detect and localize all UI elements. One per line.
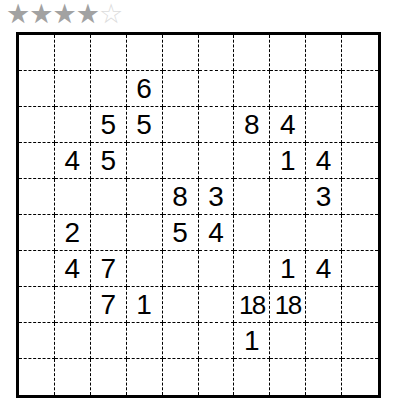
cell-r3c0[interactable] <box>19 143 55 179</box>
cell-r4c9[interactable] <box>342 179 378 215</box>
cell-r8c7[interactable] <box>270 323 306 359</box>
cell-r6c5[interactable] <box>199 251 235 287</box>
cell-r1c0[interactable] <box>19 71 55 107</box>
cell-r6c8-clue: 4 <box>306 251 342 287</box>
cell-r0c2[interactable] <box>91 35 127 71</box>
difficulty-rating: ★★★★☆ <box>6 0 122 30</box>
star-filled-icon: ★ <box>29 0 52 29</box>
cell-r2c6-clue: 8 <box>234 107 270 143</box>
cell-r0c1[interactable] <box>55 35 91 71</box>
cell-r4c4-clue: 8 <box>163 179 199 215</box>
cell-r2c5[interactable] <box>199 107 235 143</box>
cell-r9c7[interactable] <box>270 359 306 395</box>
cell-r7c1[interactable] <box>55 287 91 323</box>
cell-r1c6[interactable] <box>234 71 270 107</box>
cell-r9c9[interactable] <box>342 359 378 395</box>
cell-r0c6[interactable] <box>234 35 270 71</box>
cell-r5c5-clue: 4 <box>199 215 235 251</box>
cell-r3c2-clue: 5 <box>91 143 127 179</box>
cell-r2c1[interactable] <box>55 107 91 143</box>
cell-r8c0[interactable] <box>19 323 55 359</box>
cell-r5c9[interactable] <box>342 215 378 251</box>
cell-r0c0[interactable] <box>19 35 55 71</box>
cell-r4c8-clue: 3 <box>306 179 342 215</box>
star-filled-icon: ★ <box>52 0 75 29</box>
cell-r5c0[interactable] <box>19 215 55 251</box>
cell-r6c3[interactable] <box>127 251 163 287</box>
cell-r1c1[interactable] <box>55 71 91 107</box>
cell-r6c0[interactable] <box>19 251 55 287</box>
cell-r2c9[interactable] <box>342 107 378 143</box>
cell-r4c6[interactable] <box>234 179 270 215</box>
cell-r7c5[interactable] <box>199 287 235 323</box>
cell-r7c0[interactable] <box>19 287 55 323</box>
cell-r0c3[interactable] <box>127 35 163 71</box>
cell-r9c3[interactable] <box>127 359 163 395</box>
cell-r1c7[interactable] <box>270 71 306 107</box>
cell-r3c1-clue: 4 <box>55 143 91 179</box>
star-empty-icon: ☆ <box>99 0 122 29</box>
cell-r2c8[interactable] <box>306 107 342 143</box>
cell-r8c2[interactable] <box>91 323 127 359</box>
cell-r9c0[interactable] <box>19 359 55 395</box>
cell-r6c9[interactable] <box>342 251 378 287</box>
cell-r4c0[interactable] <box>19 179 55 215</box>
cell-r7c2-clue: 7 <box>91 287 127 323</box>
cell-r3c4[interactable] <box>163 143 199 179</box>
cell-r4c2[interactable] <box>91 179 127 215</box>
cell-r8c1[interactable] <box>55 323 91 359</box>
cell-r6c7-clue: 1 <box>270 251 306 287</box>
cell-r4c7[interactable] <box>270 179 306 215</box>
cell-r1c4[interactable] <box>163 71 199 107</box>
cell-r3c5[interactable] <box>199 143 235 179</box>
cell-r2c0[interactable] <box>19 107 55 143</box>
cell-r3c7-clue: 1 <box>270 143 306 179</box>
cell-r0c4[interactable] <box>163 35 199 71</box>
cell-r0c8[interactable] <box>306 35 342 71</box>
cell-r8c9[interactable] <box>342 323 378 359</box>
cell-r9c8[interactable] <box>306 359 342 395</box>
cell-r5c1-clue: 2 <box>55 215 91 251</box>
cell-r9c6[interactable] <box>234 359 270 395</box>
cell-r1c8[interactable] <box>306 71 342 107</box>
puzzle-board: 65584451483325447147118181 <box>16 32 381 398</box>
cell-r2c4[interactable] <box>163 107 199 143</box>
cell-r9c2[interactable] <box>91 359 127 395</box>
cell-r7c6-clue: 18 <box>234 287 270 323</box>
cell-r3c8-clue: 4 <box>306 143 342 179</box>
cell-r0c9[interactable] <box>342 35 378 71</box>
cell-r1c3-clue: 6 <box>127 71 163 107</box>
star-filled-icon: ★ <box>6 0 29 29</box>
cell-r8c3[interactable] <box>127 323 163 359</box>
cell-r4c1[interactable] <box>55 179 91 215</box>
cell-r7c3-clue: 1 <box>127 287 163 323</box>
cell-r9c4[interactable] <box>163 359 199 395</box>
cell-r7c8[interactable] <box>306 287 342 323</box>
cell-r0c5[interactable] <box>199 35 235 71</box>
cell-r5c2[interactable] <box>91 215 127 251</box>
cell-r8c8[interactable] <box>306 323 342 359</box>
cell-r8c5[interactable] <box>199 323 235 359</box>
cell-r8c4[interactable] <box>163 323 199 359</box>
cell-r5c4-clue: 5 <box>163 215 199 251</box>
cell-r7c4[interactable] <box>163 287 199 323</box>
cell-r4c5-clue: 3 <box>199 179 235 215</box>
cell-r7c9[interactable] <box>342 287 378 323</box>
cell-r7c7-clue: 18 <box>270 287 306 323</box>
cell-r5c8[interactable] <box>306 215 342 251</box>
cell-r3c6[interactable] <box>234 143 270 179</box>
cell-r5c6[interactable] <box>234 215 270 251</box>
cell-r8c6-clue: 1 <box>234 323 270 359</box>
cell-r3c9[interactable] <box>342 143 378 179</box>
cell-r1c9[interactable] <box>342 71 378 107</box>
cell-r4c3[interactable] <box>127 179 163 215</box>
cell-r3c3[interactable] <box>127 143 163 179</box>
cell-r6c4[interactable] <box>163 251 199 287</box>
cell-r0c7[interactable] <box>270 35 306 71</box>
cell-r2c3-clue: 5 <box>127 107 163 143</box>
cell-r6c2-clue: 7 <box>91 251 127 287</box>
cell-r6c6[interactable] <box>234 251 270 287</box>
cell-r6c1-clue: 4 <box>55 251 91 287</box>
cell-r1c5[interactable] <box>199 71 235 107</box>
star-filled-icon: ★ <box>76 0 99 29</box>
cell-r9c5[interactable] <box>199 359 235 395</box>
cell-r2c7-clue: 4 <box>270 107 306 143</box>
cell-r5c3[interactable] <box>127 215 163 251</box>
cell-r5c7[interactable] <box>270 215 306 251</box>
cell-r9c1[interactable] <box>55 359 91 395</box>
cell-r1c2[interactable] <box>91 71 127 107</box>
cell-r2c2-clue: 5 <box>91 107 127 143</box>
